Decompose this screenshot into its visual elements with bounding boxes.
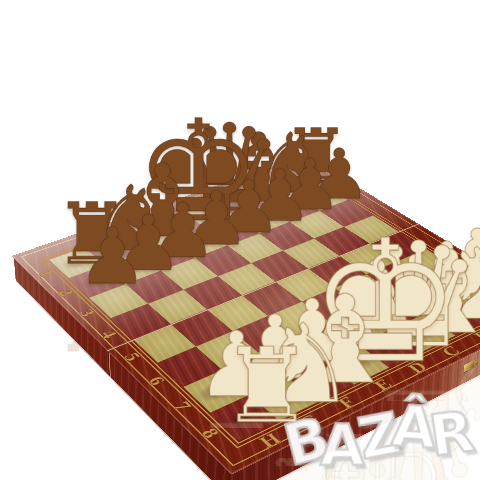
rank-label-4: 4: [96, 328, 122, 341]
square-h2: ♟♟: [69, 265, 126, 298]
product-photo: ♜♜♞♞♝♝♚♚♛♛♝♝♞♞♜♜♟♟♟♟♟♟♟♟♟♟♟♟♟♟♟♟♟♟♟♟♟♟♟♟…: [0, 0, 480, 480]
watermark-letter: R: [425, 398, 478, 469]
rank-label-3: 3: [74, 307, 99, 320]
piece-dark-pawn-h2: ♟: [20, 217, 205, 295]
square-h8: ♜♜: [210, 395, 279, 441]
